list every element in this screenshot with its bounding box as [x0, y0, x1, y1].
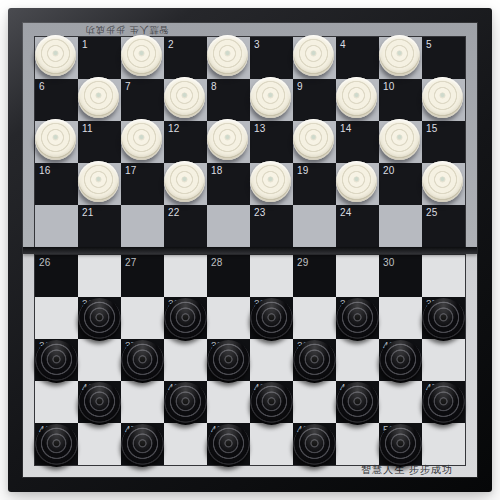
light-square-r3c7[interactable]	[293, 121, 336, 163]
square-number: 4	[340, 39, 346, 50]
dark-square-r3c6[interactable]: 13	[250, 121, 293, 163]
square-number: 27	[125, 257, 137, 268]
dark-square-r7c10[interactable]: 35	[422, 297, 465, 339]
dark-square-r1c8[interactable]: 4	[336, 37, 379, 79]
black-checker-piece[interactable]	[422, 298, 465, 341]
square-number: 16	[39, 165, 51, 176]
black-checker-piece[interactable]	[164, 382, 207, 425]
dark-square-r2c5[interactable]: 8	[207, 79, 250, 121]
square-number: 14	[340, 123, 352, 134]
dark-square-r4c9[interactable]: 20	[379, 163, 422, 205]
light-square-r6c4[interactable]	[164, 255, 207, 297]
square-number: 24	[340, 207, 352, 218]
light-square-r6c6[interactable]	[250, 255, 293, 297]
light-square-r10c4[interactable]	[164, 423, 207, 465]
dark-square-r3c8[interactable]: 14	[336, 121, 379, 163]
square-number: 8	[211, 81, 217, 92]
light-square-r8c4[interactable]	[164, 339, 207, 381]
dark-square-r4c1[interactable]: 16	[35, 163, 78, 205]
light-square-r4c10[interactable]	[422, 163, 465, 205]
white-checker-piece[interactable]	[336, 77, 377, 118]
light-square-r3c3[interactable]	[121, 121, 164, 163]
square-number: 1	[82, 39, 88, 50]
square-number: 6	[39, 81, 45, 92]
white-checker-piece[interactable]	[250, 161, 291, 202]
light-square-r4c6[interactable]	[250, 163, 293, 205]
dark-square-r6c5[interactable]: 28	[207, 255, 250, 297]
black-checker-piece[interactable]	[121, 424, 164, 467]
square-number: 20	[383, 165, 395, 176]
white-checker-piece[interactable]	[78, 77, 119, 118]
light-square-r7c9[interactable]	[379, 297, 422, 339]
white-checker-piece[interactable]	[336, 161, 377, 202]
white-checker-piece[interactable]	[379, 35, 420, 76]
light-square-r9c7[interactable]	[293, 381, 336, 423]
dark-square-r3c4[interactable]: 12	[164, 121, 207, 163]
square-number: 29	[297, 257, 309, 268]
square-number: 15	[426, 123, 438, 134]
dark-square-r4c3[interactable]: 17	[121, 163, 164, 205]
light-square-r2c8[interactable]	[336, 79, 379, 121]
dark-square-r7c6[interactable]: 33	[250, 297, 293, 339]
white-checker-piece[interactable]	[422, 161, 463, 202]
dark-square-r6c1[interactable]: 26	[35, 255, 78, 297]
dark-square-r8c7[interactable]: 39	[293, 339, 336, 381]
dark-square-r1c6[interactable]: 3	[250, 37, 293, 79]
light-square-r8c6[interactable]	[250, 339, 293, 381]
square-number: 12	[168, 123, 180, 134]
black-checker-piece[interactable]	[78, 382, 121, 425]
light-square-r6c2[interactable]	[78, 255, 121, 297]
dark-square-r5c6[interactable]: 23	[250, 205, 293, 247]
light-square-r6c10[interactable]	[422, 255, 465, 297]
light-square-r5c9[interactable]	[379, 205, 422, 247]
light-square-r5c5[interactable]	[207, 205, 250, 247]
dark-square-r5c2[interactable]: 21	[78, 205, 121, 247]
light-square-r3c9[interactable]	[379, 121, 422, 163]
top-margin-slogan: 智慧人生 步步成功	[85, 23, 169, 36]
dark-square-r10c3[interactable]: 47	[121, 423, 164, 465]
light-square-r1c5[interactable]	[207, 37, 250, 79]
light-square-r9c3[interactable]	[121, 381, 164, 423]
white-checker-piece[interactable]	[121, 35, 162, 76]
light-square-r6c8[interactable]	[336, 255, 379, 297]
dark-square-r6c9[interactable]: 30	[379, 255, 422, 297]
square-number: 19	[297, 165, 309, 176]
white-checker-piece[interactable]	[379, 119, 420, 160]
square-number: 30	[383, 257, 395, 268]
board-frame: 智慧人生 步步成功 123456789101112131415161718192…	[8, 8, 492, 492]
grid-rows-1-5: 1234567891011121314151617181920212223242…	[34, 36, 466, 248]
black-checker-piece[interactable]	[379, 340, 422, 383]
white-checker-piece[interactable]	[121, 119, 162, 160]
white-checker-piece[interactable]	[422, 77, 463, 118]
square-number: 23	[254, 207, 266, 218]
white-checker-piece[interactable]	[207, 35, 248, 76]
light-square-r2c4[interactable]	[164, 79, 207, 121]
light-square-r10c8[interactable]	[336, 423, 379, 465]
light-square-r2c2[interactable]	[78, 79, 121, 121]
dark-square-r5c8[interactable]: 24	[336, 205, 379, 247]
white-checker-piece[interactable]	[78, 161, 119, 202]
white-checker-piece[interactable]	[164, 77, 205, 118]
square-number: 22	[168, 207, 180, 218]
black-checker-piece[interactable]	[78, 298, 121, 341]
light-square-r10c2[interactable]	[78, 423, 121, 465]
light-square-r9c5[interactable]	[207, 381, 250, 423]
square-number: 13	[254, 123, 266, 134]
grid-rows-6-10: 2627282930313233343536373839404142434445…	[34, 254, 466, 466]
dark-square-r1c4[interactable]: 2	[164, 37, 207, 79]
dark-square-r9c4[interactable]: 42	[164, 381, 207, 423]
light-square-r10c10[interactable]	[422, 423, 465, 465]
square-number: 21	[82, 207, 94, 218]
light-square-r5c3[interactable]	[121, 205, 164, 247]
dark-square-r10c1[interactable]: 46	[35, 423, 78, 465]
dark-square-r8c9[interactable]: 40	[379, 339, 422, 381]
black-checker-piece[interactable]	[207, 424, 250, 467]
hinge-seam	[23, 247, 477, 254]
dark-square-r8c3[interactable]: 37	[121, 339, 164, 381]
dark-square-r5c10[interactable]: 25	[422, 205, 465, 247]
dark-square-r7c4[interactable]: 32	[164, 297, 207, 339]
black-checker-piece[interactable]	[422, 382, 465, 425]
black-checker-piece[interactable]	[336, 298, 379, 341]
dark-square-r3c10[interactable]: 15	[422, 121, 465, 163]
square-number: 25	[426, 207, 438, 218]
dark-square-r2c3[interactable]: 7	[121, 79, 164, 121]
light-square-r9c1[interactable]	[35, 381, 78, 423]
light-square-r8c10[interactable]	[422, 339, 465, 381]
dark-square-r2c7[interactable]: 9	[293, 79, 336, 121]
dark-square-r3c2[interactable]: 11	[78, 121, 121, 163]
white-checker-piece[interactable]	[250, 77, 291, 118]
board-top-half: 智慧人生 步步成功 123456789101112131415161718192…	[23, 23, 477, 247]
white-checker-piece[interactable]	[35, 119, 76, 160]
white-checker-piece[interactable]	[293, 119, 334, 160]
dark-square-r6c7[interactable]: 29	[293, 255, 336, 297]
dark-square-r9c6[interactable]: 43	[250, 381, 293, 423]
black-checker-piece[interactable]	[250, 382, 293, 425]
dark-square-r7c2[interactable]: 31	[78, 297, 121, 339]
dark-square-r5c4[interactable]: 22	[164, 205, 207, 247]
black-checker-piece[interactable]	[293, 340, 336, 383]
white-checker-piece[interactable]	[207, 119, 248, 160]
light-square-r10c6[interactable]	[250, 423, 293, 465]
white-checker-piece[interactable]	[164, 161, 205, 202]
square-number: 11	[82, 123, 93, 134]
light-square-r8c2[interactable]	[78, 339, 121, 381]
white-checker-piece[interactable]	[293, 35, 334, 76]
light-square-r4c4[interactable]	[164, 163, 207, 205]
black-checker-piece[interactable]	[250, 298, 293, 341]
light-square-r1c1[interactable]	[35, 37, 78, 79]
black-checker-piece[interactable]	[207, 340, 250, 383]
light-square-r7c5[interactable]	[207, 297, 250, 339]
dark-square-r1c2[interactable]: 1	[78, 37, 121, 79]
white-checker-piece[interactable]	[35, 35, 76, 76]
dark-square-r1c10[interactable]: 5	[422, 37, 465, 79]
dark-square-r10c7[interactable]: 49	[293, 423, 336, 465]
dark-square-r4c7[interactable]: 19	[293, 163, 336, 205]
board: 智慧人生 步步成功 123456789101112131415161718192…	[23, 23, 477, 477]
dark-square-r8c5[interactable]: 38	[207, 339, 250, 381]
board-bottom-half: 2627282930313233343536373839404142434445…	[23, 254, 477, 477]
black-checker-piece[interactable]	[35, 424, 78, 467]
square-number: 7	[125, 81, 131, 92]
light-square-r1c9[interactable]	[379, 37, 422, 79]
dark-square-r10c5[interactable]: 48	[207, 423, 250, 465]
square-number: 5	[426, 39, 432, 50]
light-square-r4c2[interactable]	[78, 163, 121, 205]
dark-square-r10c9[interactable]: 50	[379, 423, 422, 465]
light-square-r3c1[interactable]	[35, 121, 78, 163]
square-number: 2	[168, 39, 174, 50]
black-checker-piece[interactable]	[164, 298, 207, 341]
light-square-r3c5[interactable]	[207, 121, 250, 163]
dark-square-r9c2[interactable]: 41	[78, 381, 121, 423]
light-square-r7c1[interactable]	[35, 297, 78, 339]
light-square-r4c8[interactable]	[336, 163, 379, 205]
dark-square-r7c8[interactable]: 34	[336, 297, 379, 339]
light-square-r2c10[interactable]	[422, 79, 465, 121]
black-checker-piece[interactable]	[379, 424, 422, 467]
square-number: 18	[211, 165, 223, 176]
light-square-r7c3[interactable]	[121, 297, 164, 339]
light-square-r1c7[interactable]	[293, 37, 336, 79]
light-square-r1c3[interactable]	[121, 37, 164, 79]
dark-square-r9c8[interactable]: 44	[336, 381, 379, 423]
light-square-r7c7[interactable]	[293, 297, 336, 339]
light-square-r8c8[interactable]	[336, 339, 379, 381]
square-number: 28	[211, 257, 223, 268]
square-number: 9	[297, 81, 303, 92]
square-number: 3	[254, 39, 260, 50]
light-square-r5c1[interactable]	[35, 205, 78, 247]
square-number: 26	[39, 257, 51, 268]
black-checker-piece[interactable]	[336, 382, 379, 425]
dark-square-r2c9[interactable]: 10	[379, 79, 422, 121]
black-checker-piece[interactable]	[35, 340, 78, 383]
square-number: 10	[383, 81, 395, 92]
square-number: 17	[125, 165, 137, 176]
black-checker-piece[interactable]	[293, 424, 336, 467]
dark-square-r6c3[interactable]: 27	[121, 255, 164, 297]
light-square-r2c6[interactable]	[250, 79, 293, 121]
dark-square-r8c1[interactable]: 36	[35, 339, 78, 381]
dark-square-r2c1[interactable]: 6	[35, 79, 78, 121]
product-photo-stage: 智慧人生 步步成功 123456789101112131415161718192…	[0, 0, 500, 500]
light-square-r5c7[interactable]	[293, 205, 336, 247]
dark-square-r4c5[interactable]: 18	[207, 163, 250, 205]
light-square-r9c9[interactable]	[379, 381, 422, 423]
black-checker-piece[interactable]	[121, 340, 164, 383]
dark-square-r9c10[interactable]: 45	[422, 381, 465, 423]
